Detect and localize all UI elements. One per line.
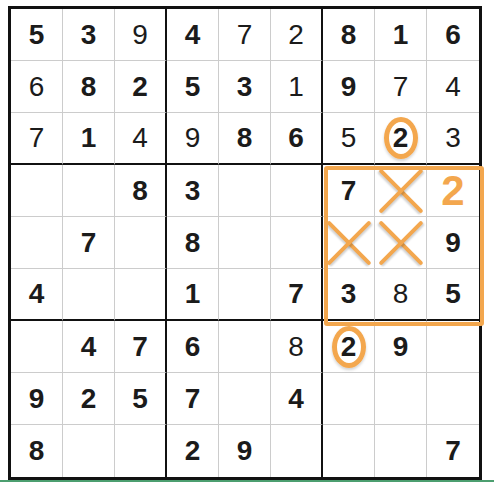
digit: 2 xyxy=(185,437,201,465)
digit: 7 xyxy=(237,21,253,49)
digit: 4 xyxy=(29,280,45,308)
cell-r5c4[interactable]: 8 xyxy=(167,217,219,269)
cell-r5c6[interactable] xyxy=(271,217,323,269)
cell-r2c4[interactable]: 5 xyxy=(167,61,219,113)
cell-r7c2[interactable]: 4 xyxy=(63,321,115,373)
cell-r3c5[interactable]: 8 xyxy=(219,113,271,165)
digit: 3 xyxy=(81,21,97,49)
cell-r5c5[interactable] xyxy=(219,217,271,269)
cell-r7c9[interactable] xyxy=(427,321,479,373)
digit: 9 xyxy=(341,73,357,101)
digit: 7 xyxy=(341,177,357,205)
cell-r4c1[interactable] xyxy=(11,165,63,217)
cell-r3c9[interactable]: 3 xyxy=(427,113,479,165)
digit: 4 xyxy=(288,385,304,413)
digit: 2 xyxy=(81,385,97,413)
digit: 5 xyxy=(132,385,148,413)
digit: 3 xyxy=(445,124,461,152)
digit: 7 xyxy=(29,124,45,152)
digit: 3 xyxy=(237,73,253,101)
cell-r3c6[interactable]: 6 xyxy=(271,113,323,165)
cell-r6c1[interactable]: 4 xyxy=(11,269,63,321)
cell-r8c2[interactable]: 2 xyxy=(63,373,115,425)
cell-r2c3[interactable]: 2 xyxy=(115,61,167,113)
digit: 1 xyxy=(288,73,304,101)
digit: 7 xyxy=(288,280,304,308)
cell-r1c4[interactable]: 4 xyxy=(167,9,219,61)
digit: 2 xyxy=(393,124,409,152)
cell-r1c2[interactable]: 3 xyxy=(63,9,115,61)
digit: 7 xyxy=(445,437,461,465)
digit: 6 xyxy=(185,333,201,361)
bottom-divider xyxy=(0,480,494,482)
cell-r8c5[interactable] xyxy=(219,373,271,425)
cell-r6c9[interactable]: 5 xyxy=(427,269,479,321)
cell-r9c3[interactable] xyxy=(115,425,167,477)
cell-r5c9[interactable]: 9 xyxy=(427,217,479,269)
digit: 1 xyxy=(393,21,409,49)
cell-r3c2[interactable]: 1 xyxy=(63,113,115,165)
cell-r2c7[interactable]: 9 xyxy=(323,61,375,113)
digit: 9 xyxy=(185,124,201,152)
cell-r1c7[interactable]: 8 xyxy=(323,9,375,61)
digit: 7 xyxy=(185,385,201,413)
digit: 9 xyxy=(29,385,45,413)
cell-r3c3[interactable]: 4 xyxy=(115,113,167,165)
cell-r7c8[interactable]: 9 xyxy=(375,321,427,373)
cell-r1c6[interactable]: 2 xyxy=(271,9,323,61)
cell-r8c3[interactable]: 5 xyxy=(115,373,167,425)
x-mark xyxy=(326,220,372,266)
digit: 5 xyxy=(445,280,461,308)
cell-r8c1[interactable]: 9 xyxy=(11,373,63,425)
cell-r7c7[interactable]: 2 xyxy=(323,321,375,373)
cell-r4c6[interactable] xyxy=(271,165,323,217)
cell-r4c3[interactable]: 8 xyxy=(115,165,167,217)
cell-r5c3[interactable] xyxy=(115,217,167,269)
cell-r8c9[interactable] xyxy=(427,373,479,425)
cell-r8c4[interactable]: 7 xyxy=(167,373,219,425)
digit: 6 xyxy=(445,21,461,49)
digit: 1 xyxy=(185,280,201,308)
cell-r1c3[interactable]: 9 xyxy=(115,9,167,61)
cell-r7c5[interactable] xyxy=(219,321,271,373)
x-mark xyxy=(378,168,424,214)
cell-r9c5[interactable]: 9 xyxy=(219,425,271,477)
cell-r7c3[interactable]: 7 xyxy=(115,321,167,373)
cell-r9c4[interactable]: 2 xyxy=(167,425,219,477)
digit: 9 xyxy=(445,229,461,257)
cell-r8c7[interactable] xyxy=(323,373,375,425)
digit: 4 xyxy=(81,333,97,361)
digit: 8 xyxy=(81,73,97,101)
cell-r2c9[interactable]: 4 xyxy=(427,61,479,113)
cell-r3c7[interactable]: 5 xyxy=(323,113,375,165)
cell-r2c2[interactable]: 8 xyxy=(63,61,115,113)
cell-r4c8[interactable] xyxy=(375,165,427,217)
cell-r9c6[interactable] xyxy=(271,425,323,477)
digit: 9 xyxy=(237,437,253,465)
digit: 8 xyxy=(185,229,201,257)
digit: 8 xyxy=(393,280,409,308)
digit: 6 xyxy=(29,73,45,101)
answer-digit: 2 xyxy=(441,170,464,212)
digit: 3 xyxy=(341,280,357,308)
digit: 9 xyxy=(393,333,409,361)
cell-r7c1[interactable] xyxy=(11,321,63,373)
cell-r2c8[interactable]: 7 xyxy=(375,61,427,113)
digit: 2 xyxy=(341,333,357,361)
cell-r7c4[interactable]: 6 xyxy=(167,321,219,373)
cell-r9c7[interactable] xyxy=(323,425,375,477)
cell-r6c8[interactable]: 8 xyxy=(375,269,427,321)
cell-r1c9[interactable]: 6 xyxy=(427,9,479,61)
cell-r3c4[interactable]: 9 xyxy=(167,113,219,165)
digit: 8 xyxy=(237,124,253,152)
digit: 8 xyxy=(288,333,304,361)
cell-r6c5[interactable] xyxy=(219,269,271,321)
cell-r4c5[interactable] xyxy=(219,165,271,217)
digit: 6 xyxy=(288,124,304,152)
sudoku-board: 5394728166825319747149865238372789417385… xyxy=(8,6,482,480)
digit: 5 xyxy=(29,21,45,49)
cell-r3c1[interactable]: 7 xyxy=(11,113,63,165)
cell-r4c4[interactable]: 3 xyxy=(167,165,219,217)
cell-r8c8[interactable] xyxy=(375,373,427,425)
cell-r5c8[interactable] xyxy=(375,217,427,269)
digit: 4 xyxy=(445,73,461,101)
cell-r2c5[interactable]: 3 xyxy=(219,61,271,113)
cell-r5c2[interactable]: 7 xyxy=(63,217,115,269)
cell-r9c9[interactable]: 7 xyxy=(427,425,479,477)
cell-r2c6[interactable]: 1 xyxy=(271,61,323,113)
cell-r1c1[interactable]: 5 xyxy=(11,9,63,61)
cell-r6c3[interactable] xyxy=(115,269,167,321)
cell-r5c7[interactable] xyxy=(323,217,375,269)
cell-r3c8[interactable]: 2 xyxy=(375,113,427,165)
cell-r4c7[interactable]: 7 xyxy=(323,165,375,217)
digit: 8 xyxy=(132,177,148,205)
digit: 4 xyxy=(185,21,201,49)
digit: 4 xyxy=(132,124,148,152)
cell-r1c5[interactable]: 7 xyxy=(219,9,271,61)
cell-r6c7[interactable]: 3 xyxy=(323,269,375,321)
cell-r1c8[interactable]: 1 xyxy=(375,9,427,61)
cell-r6c6[interactable]: 7 xyxy=(271,269,323,321)
digit: 2 xyxy=(132,73,148,101)
cell-r7c6[interactable]: 8 xyxy=(271,321,323,373)
digit: 8 xyxy=(29,437,45,465)
cell-r6c4[interactable]: 1 xyxy=(167,269,219,321)
digit: 5 xyxy=(341,124,357,152)
cell-r2c1[interactable]: 6 xyxy=(11,61,63,113)
cell-r9c2[interactable] xyxy=(63,425,115,477)
cell-r5c1[interactable] xyxy=(11,217,63,269)
digit: 7 xyxy=(132,333,148,361)
cell-r9c8[interactable] xyxy=(375,425,427,477)
cell-r6c2[interactable] xyxy=(63,269,115,321)
cell-r8c6[interactable]: 4 xyxy=(271,373,323,425)
digit: 5 xyxy=(185,73,201,101)
x-mark xyxy=(378,220,424,266)
cell-r4c2[interactable] xyxy=(63,165,115,217)
digit: 2 xyxy=(288,21,304,49)
digit: 3 xyxy=(185,177,201,205)
digit: 7 xyxy=(393,73,409,101)
cell-r9c1[interactable]: 8 xyxy=(11,425,63,477)
digit: 9 xyxy=(132,21,148,49)
digit: 8 xyxy=(341,21,357,49)
cell-r4c9[interactable]: 2 xyxy=(427,165,479,217)
digit: 1 xyxy=(81,124,97,152)
digit: 7 xyxy=(81,229,97,257)
